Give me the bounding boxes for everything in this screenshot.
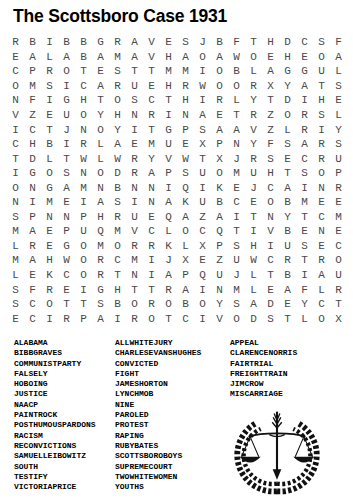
grid-cell: E bbox=[330, 93, 347, 108]
grid-cell: G bbox=[279, 64, 296, 79]
grid-cell: O bbox=[92, 166, 109, 181]
grid-cell: A bbox=[296, 137, 313, 152]
grid-cell: H bbox=[313, 93, 330, 108]
grid-cell: M bbox=[160, 64, 177, 79]
grid-cell: R bbox=[126, 311, 143, 326]
word-list-item: MISCARRIAGE bbox=[230, 389, 297, 399]
grid-cell: I bbox=[41, 311, 58, 326]
grid-cell: E bbox=[58, 195, 75, 210]
grid-cell: S bbox=[7, 282, 24, 297]
grid-cell: N bbox=[75, 122, 92, 137]
grid-cell: R bbox=[58, 311, 75, 326]
grid-cell: V bbox=[160, 151, 177, 166]
grid-cell: G bbox=[92, 282, 109, 297]
word-list-item: TWOWHITEWOMEN bbox=[115, 472, 201, 482]
grid-cell: N bbox=[262, 210, 279, 225]
grid-cell: C bbox=[177, 311, 194, 326]
grid-cell: W bbox=[58, 253, 75, 268]
grid-cell: N bbox=[92, 180, 109, 195]
grid-cell: I bbox=[58, 79, 75, 94]
grid-cell: F bbox=[24, 93, 41, 108]
grid-cell: R bbox=[296, 108, 313, 123]
grid-cell: B bbox=[109, 180, 126, 195]
grid-cell: A bbox=[92, 311, 109, 326]
grid-cell: O bbox=[211, 64, 228, 79]
grid-cell: R bbox=[109, 210, 126, 225]
grid-cell: T bbox=[279, 166, 296, 181]
grid-cell: S bbox=[7, 297, 24, 312]
grid-cell: A bbox=[177, 282, 194, 297]
grid-cell: A bbox=[126, 50, 143, 65]
grid-cell: T bbox=[75, 297, 92, 312]
word-list-item: JAMESHORTON bbox=[115, 379, 201, 389]
grid-cell: R bbox=[279, 253, 296, 268]
grid-cell: P bbox=[75, 210, 92, 225]
grid-cell: C bbox=[313, 210, 330, 225]
grid-cell: A bbox=[245, 297, 262, 312]
grid-cell: L bbox=[92, 151, 109, 166]
word-list-item: NINE bbox=[115, 400, 201, 410]
grid-cell: D bbox=[262, 297, 279, 312]
grid-cell: T bbox=[126, 282, 143, 297]
grid-cell: I bbox=[296, 268, 313, 283]
grid-cell: I bbox=[313, 122, 330, 137]
grid-cell: A bbox=[211, 210, 228, 225]
grid-cell: C bbox=[330, 239, 347, 254]
word-list-item: CLARENCENORRIS bbox=[230, 348, 297, 358]
grid-cell: W bbox=[245, 253, 262, 268]
grid-cell: R bbox=[143, 239, 160, 254]
grid-cell: N bbox=[7, 93, 24, 108]
grid-cell: K bbox=[41, 268, 58, 283]
word-list-item: HOBOING bbox=[14, 379, 96, 389]
grid-cell: O bbox=[177, 224, 194, 239]
grid-cell: T bbox=[109, 268, 126, 283]
grid-cell: F bbox=[24, 282, 41, 297]
grid-cell: E bbox=[330, 195, 347, 210]
grid-cell: C bbox=[262, 180, 279, 195]
grid-cell: I bbox=[109, 311, 126, 326]
word-list-item: FIGHT bbox=[115, 369, 201, 379]
grid-cell: M bbox=[177, 64, 194, 79]
grid-cell: I bbox=[296, 93, 313, 108]
grid-cell: M bbox=[296, 195, 313, 210]
grid-cell: O bbox=[75, 268, 92, 283]
grid-cell: S bbox=[330, 137, 347, 152]
grid-cell: U bbox=[160, 137, 177, 152]
grid-cell: N bbox=[24, 180, 41, 195]
grid-cell: F bbox=[296, 282, 313, 297]
grid-cell: I bbox=[75, 282, 92, 297]
word-list-item: RAPING bbox=[115, 431, 201, 441]
grid-cell: X bbox=[177, 253, 194, 268]
grid-cell: I bbox=[262, 239, 279, 254]
grid-cell: P bbox=[75, 311, 92, 326]
grid-cell: P bbox=[24, 64, 41, 79]
grid-cell: H bbox=[109, 108, 126, 123]
grid-cell: N bbox=[126, 108, 143, 123]
grid-cell: U bbox=[313, 64, 330, 79]
grid-cell: E bbox=[143, 210, 160, 225]
grid-cell: T bbox=[245, 210, 262, 225]
grid-cell: T bbox=[245, 35, 262, 50]
grid-cell: L bbox=[279, 122, 296, 137]
grid-cell: X bbox=[330, 311, 347, 326]
word-list-item: RECONVICTIONS bbox=[14, 441, 96, 451]
grid-cell: U bbox=[279, 239, 296, 254]
grid-cell: L bbox=[330, 64, 347, 79]
grid-cell: I bbox=[160, 180, 177, 195]
grid-cell: E bbox=[279, 297, 296, 312]
grid-cell: X bbox=[194, 239, 211, 254]
grid-cell: L bbox=[41, 151, 58, 166]
word-list-column-2: ALLWHITEJURYCHARLESEVANSHUGHESCONVICTEDF… bbox=[115, 338, 201, 492]
grid-cell: R bbox=[143, 297, 160, 312]
grid-cell: A bbox=[92, 79, 109, 94]
grid-cell: J bbox=[228, 151, 245, 166]
grid-cell: C bbox=[109, 253, 126, 268]
grid-cell: K bbox=[160, 239, 177, 254]
grid-cell: M bbox=[75, 180, 92, 195]
grid-cell: O bbox=[194, 50, 211, 65]
grid-cell: V bbox=[7, 108, 24, 123]
grid-cell: M bbox=[7, 253, 24, 268]
grid-cell: C bbox=[75, 79, 92, 94]
grid-cell: L bbox=[245, 282, 262, 297]
grid-cell: E bbox=[7, 50, 24, 65]
word-list-item: YOUTHS bbox=[115, 482, 201, 492]
grid-cell: W bbox=[109, 151, 126, 166]
grid-cell: C bbox=[24, 297, 41, 312]
grid-cell: N bbox=[313, 224, 330, 239]
grid-cell: Q bbox=[211, 224, 228, 239]
grid-cell: R bbox=[330, 282, 347, 297]
word-list-item: FALSELY bbox=[14, 369, 96, 379]
grid-cell: A bbox=[279, 180, 296, 195]
grid-cell: C bbox=[194, 224, 211, 239]
grid-cell: E bbox=[41, 239, 58, 254]
word-list-item: TESTIFY bbox=[14, 472, 96, 482]
grid-cell: E bbox=[330, 224, 347, 239]
grid-cell: T bbox=[143, 282, 160, 297]
grid-cell: R bbox=[41, 64, 58, 79]
grid-cell: T bbox=[92, 93, 109, 108]
grid-cell: W bbox=[194, 79, 211, 94]
grid-cell: T bbox=[228, 108, 245, 123]
grid-cell: M bbox=[24, 79, 41, 94]
grid-cell: Z bbox=[262, 108, 279, 123]
grid-cell: Q bbox=[160, 210, 177, 225]
grid-cell: I bbox=[41, 35, 58, 50]
word-list-item: FAIRTRIAL bbox=[230, 359, 297, 369]
grid-cell: T bbox=[160, 93, 177, 108]
grid-cell: O bbox=[211, 166, 228, 181]
grid-cell: S bbox=[58, 166, 75, 181]
grid-cell: N bbox=[7, 195, 24, 210]
grid-cell: S bbox=[109, 195, 126, 210]
word-list-column-1: ALABAMABIBBGRAVESCOMMUNISTPARTYFALSELYHO… bbox=[14, 338, 96, 492]
grid-cell: S bbox=[92, 297, 109, 312]
grid-cell: B bbox=[211, 35, 228, 50]
grid-cell: R bbox=[109, 35, 126, 50]
grid-cell: H bbox=[24, 137, 41, 152]
word-list-column-3: APPEALCLARENCENORRISFAIRTRIALFREIGHTTRAI… bbox=[230, 338, 297, 400]
grid-cell: O bbox=[7, 79, 24, 94]
grid-cell: J bbox=[245, 180, 262, 195]
grid-cell: M bbox=[109, 224, 126, 239]
grid-cell: E bbox=[177, 137, 194, 152]
grid-cell: E bbox=[58, 282, 75, 297]
grid-cell: E bbox=[211, 108, 228, 123]
grid-cell: E bbox=[279, 151, 296, 166]
grid-cell: A bbox=[92, 50, 109, 65]
grid-cell: H bbox=[92, 210, 109, 225]
grid-cell: E bbox=[262, 50, 279, 65]
grid-cell: V bbox=[143, 35, 160, 50]
grid-cell: V bbox=[262, 224, 279, 239]
grid-cell: O bbox=[126, 297, 143, 312]
grid-cell: L bbox=[245, 268, 262, 283]
grid-cell: P bbox=[211, 137, 228, 152]
grid-cell: G bbox=[58, 93, 75, 108]
word-list-item: PAINTROCK bbox=[14, 410, 96, 420]
grid-cell: I bbox=[194, 64, 211, 79]
grid-cell: N bbox=[211, 282, 228, 297]
grid-cell: T bbox=[143, 122, 160, 137]
grid-cell: N bbox=[313, 180, 330, 195]
scales-of-justice-icon bbox=[229, 406, 325, 496]
grid-cell: T bbox=[7, 151, 24, 166]
grid-cell: H bbox=[262, 166, 279, 181]
grid-cell: K bbox=[177, 195, 194, 210]
grid-cell: G bbox=[41, 180, 58, 195]
grid-cell: U bbox=[75, 224, 92, 239]
grid-cell: R bbox=[313, 151, 330, 166]
grid-cell: I bbox=[7, 166, 24, 181]
grid-cell: M bbox=[228, 166, 245, 181]
grid-cell: E bbox=[160, 35, 177, 50]
grid-cell: F bbox=[330, 35, 347, 50]
word-list-item: ALABAMA bbox=[14, 338, 96, 348]
grid-cell: H bbox=[279, 50, 296, 65]
grid-cell: O bbox=[245, 50, 262, 65]
grid-cell: T bbox=[330, 297, 347, 312]
grid-cell: J bbox=[228, 268, 245, 283]
grid-cell: L bbox=[92, 137, 109, 152]
grid-cell: R bbox=[313, 137, 330, 152]
grid-cell: E bbox=[7, 311, 24, 326]
grid-cell: I bbox=[160, 108, 177, 123]
grid-cell: M bbox=[7, 224, 24, 239]
grid-cell: B bbox=[75, 35, 92, 50]
grid-cell: I bbox=[41, 93, 58, 108]
grid-cell: S bbox=[177, 35, 194, 50]
grid-cell: M bbox=[143, 137, 160, 152]
grid-cell: P bbox=[177, 122, 194, 137]
grid-cell: B bbox=[177, 297, 194, 312]
grid-cell: L bbox=[7, 239, 24, 254]
grid-cell: O bbox=[313, 311, 330, 326]
grid-cell: V bbox=[245, 122, 262, 137]
grid-cell: T bbox=[143, 64, 160, 79]
grid-cell: T bbox=[160, 311, 177, 326]
grid-cell: H bbox=[160, 79, 177, 94]
grid-cell: U bbox=[194, 166, 211, 181]
grid-cell: Y bbox=[143, 151, 160, 166]
grid-cell: B bbox=[75, 50, 92, 65]
grid-cell: L bbox=[313, 282, 330, 297]
grid-cell: N bbox=[58, 210, 75, 225]
grid-cell: S bbox=[279, 137, 296, 152]
grid-cell: O bbox=[75, 108, 92, 123]
grid-cell: R bbox=[245, 151, 262, 166]
word-list-item: PAROLED bbox=[115, 410, 201, 420]
grid-cell: M bbox=[126, 253, 143, 268]
grid-cell: X bbox=[211, 151, 228, 166]
grid-cell: A bbox=[262, 64, 279, 79]
grid-cell: R bbox=[92, 268, 109, 283]
grid-cell: O bbox=[143, 311, 160, 326]
grid-cell: A bbox=[296, 79, 313, 94]
grid-cell: S bbox=[296, 166, 313, 181]
justice-logo bbox=[229, 406, 325, 496]
grid-cell: S bbox=[228, 297, 245, 312]
grid-cell: Z bbox=[262, 122, 279, 137]
word-list-item: SOUTH bbox=[14, 462, 96, 472]
grid-cell: T bbox=[279, 311, 296, 326]
grid-cell: S bbox=[313, 108, 330, 123]
grid-cell: T bbox=[228, 224, 245, 239]
word-list-item: APPEAL bbox=[230, 338, 297, 348]
grid-cell: S bbox=[41, 79, 58, 94]
grid-cell: A bbox=[160, 195, 177, 210]
grid-cell: U bbox=[245, 166, 262, 181]
grid-cell: A bbox=[211, 122, 228, 137]
grid-cell: U bbox=[228, 253, 245, 268]
grid-cell: T bbox=[296, 253, 313, 268]
grid-cell: I bbox=[126, 195, 143, 210]
grid-cell: O bbox=[109, 93, 126, 108]
grid-cell: I bbox=[194, 282, 211, 297]
grid-cell: E bbox=[143, 79, 160, 94]
grid-cell: A bbox=[194, 108, 211, 123]
word-list-item: VICTORIAPRICE bbox=[14, 482, 96, 492]
grid-cell: R bbox=[109, 79, 126, 94]
grid-cell: U bbox=[126, 210, 143, 225]
grid-cell: C bbox=[313, 297, 330, 312]
grid-cell: C bbox=[143, 93, 160, 108]
grid-cell: A bbox=[330, 50, 347, 65]
grid-cell: M bbox=[41, 195, 58, 210]
grid-cell: O bbox=[7, 180, 24, 195]
grid-cell: R bbox=[126, 166, 143, 181]
grid-cell: Y bbox=[330, 122, 347, 137]
grid-cell: A bbox=[58, 50, 75, 65]
grid-cell: N bbox=[75, 166, 92, 181]
grid-cell: C bbox=[296, 35, 313, 50]
grid-cell: M bbox=[228, 282, 245, 297]
grid-cell: G bbox=[296, 64, 313, 79]
grid-cell: I bbox=[143, 253, 160, 268]
grid-cell: R bbox=[160, 282, 177, 297]
grid-cell: A bbox=[24, 224, 41, 239]
grid-cell: A bbox=[211, 50, 228, 65]
grid-cell: A bbox=[109, 137, 126, 152]
grid-cell: T bbox=[58, 297, 75, 312]
grid-cell: I bbox=[7, 122, 24, 137]
grid-cell: R bbox=[126, 239, 143, 254]
grid-cell: I bbox=[245, 224, 262, 239]
grid-cell: I bbox=[126, 122, 143, 137]
grid-cell: E bbox=[41, 224, 58, 239]
grid-cell: R bbox=[143, 108, 160, 123]
grid-cell: G bbox=[92, 35, 109, 50]
grid-cell: S bbox=[262, 151, 279, 166]
grid-cell: I bbox=[194, 180, 211, 195]
grid-cell: B bbox=[279, 268, 296, 283]
grid-cell: P bbox=[160, 166, 177, 181]
grid-cell: W bbox=[177, 151, 194, 166]
grid-cell: N bbox=[126, 180, 143, 195]
grid-cell: T bbox=[262, 93, 279, 108]
grid-cell: V bbox=[126, 224, 143, 239]
grid-cell: W bbox=[228, 50, 245, 65]
word-list-item: RACISM bbox=[14, 431, 96, 441]
grid-cell: E bbox=[228, 180, 245, 195]
grid-cell: D bbox=[279, 35, 296, 50]
word-list-item: RUBYBATES bbox=[115, 441, 201, 451]
grid-cell: I bbox=[194, 93, 211, 108]
grid-cell: R bbox=[245, 108, 262, 123]
grid-cell: O bbox=[330, 253, 347, 268]
grid-cell: U bbox=[211, 268, 228, 283]
grid-cell: H bbox=[262, 35, 279, 50]
grid-cell: T bbox=[313, 79, 330, 94]
grid-cell: C bbox=[58, 268, 75, 283]
grid-cell: E bbox=[262, 282, 279, 297]
grid-cell: Q bbox=[177, 180, 194, 195]
grid-cell: G bbox=[24, 166, 41, 181]
grid-cell: N bbox=[126, 268, 143, 283]
grid-cell: M bbox=[92, 239, 109, 254]
grid-cell: L bbox=[160, 224, 177, 239]
grid-cell: A bbox=[279, 282, 296, 297]
grid-cell: Z bbox=[194, 210, 211, 225]
grid-cell: S bbox=[262, 311, 279, 326]
grid-cell: S bbox=[126, 93, 143, 108]
grid-cell: W bbox=[75, 151, 92, 166]
grid-cell: B bbox=[58, 35, 75, 50]
grid-cell: D bbox=[24, 151, 41, 166]
grid-cell: L bbox=[7, 268, 24, 283]
grid-cell: O bbox=[41, 166, 58, 181]
grid-cell: T bbox=[296, 210, 313, 225]
grid-cell: H bbox=[109, 282, 126, 297]
grid-cell: E bbox=[313, 239, 330, 254]
grid-cell: I bbox=[194, 311, 211, 326]
grid-cell: C bbox=[228, 195, 245, 210]
grid-cell: Y bbox=[245, 137, 262, 152]
grid-cell: J bbox=[160, 253, 177, 268]
grid-cell: R bbox=[245, 79, 262, 94]
grid-cell: C bbox=[7, 64, 24, 79]
word-list-item: CHARLESEVANSHUGHES bbox=[115, 348, 201, 358]
grid-cell: I bbox=[228, 210, 245, 225]
grid-cell: L bbox=[296, 311, 313, 326]
word-search-page: The Scottsboro Case 1931 RBIBBGRAVESJBFT… bbox=[0, 0, 353, 500]
word-list-item: COMMUNISTPARTY bbox=[14, 359, 96, 369]
grid-cell: M bbox=[330, 210, 347, 225]
